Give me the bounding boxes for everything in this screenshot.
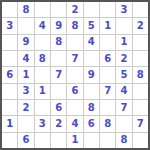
- cell-r9c9[interactable]: [133, 133, 148, 148]
- cell-r8c8[interactable]: [116, 116, 131, 131]
- cell-r9c8: 8: [116, 133, 131, 148]
- cell-r2c6: 5: [84, 18, 99, 33]
- cell-r4c4[interactable]: [51, 51, 66, 66]
- cell-r2c4: 9: [51, 18, 66, 33]
- cell-r2c8[interactable]: [116, 18, 131, 33]
- cell-r9c5: 1: [67, 133, 82, 148]
- cell-r1c3[interactable]: [35, 2, 50, 17]
- cell-r5c1: 6: [2, 67, 17, 82]
- cell-r6c3: 1: [35, 84, 50, 99]
- cell-r9c4[interactable]: [51, 133, 66, 148]
- cell-r4c7: 6: [100, 51, 115, 66]
- cell-r3c3[interactable]: [35, 35, 50, 50]
- cell-r7c5[interactable]: [67, 100, 82, 115]
- cell-r9c1[interactable]: [2, 133, 17, 148]
- cell-r9c6[interactable]: [84, 133, 99, 148]
- cell-r9c2: 6: [18, 133, 33, 148]
- cell-r8c2[interactable]: [18, 116, 33, 131]
- cell-r4c3: 8: [35, 51, 50, 66]
- cell-r5c2: 1: [18, 67, 33, 82]
- cell-r4c6[interactable]: [84, 51, 99, 66]
- cell-r1c4[interactable]: [51, 2, 66, 17]
- cell-r6c1[interactable]: [2, 84, 17, 99]
- cell-r5c7[interactable]: [100, 67, 115, 82]
- cell-r4c5: 7: [67, 51, 82, 66]
- cell-r6c4[interactable]: [51, 84, 66, 99]
- cell-r8c5: 4: [67, 116, 82, 131]
- cell-r4c2: 4: [18, 51, 33, 66]
- cell-r1c5: 2: [67, 2, 82, 17]
- cell-r2c9: 2: [133, 18, 148, 33]
- cell-r3c6: 4: [84, 35, 99, 50]
- cell-r7c6: 8: [84, 100, 99, 115]
- cell-r1c8: 3: [116, 2, 131, 17]
- cell-r7c4: 6: [51, 100, 66, 115]
- cell-r8c3: 3: [35, 116, 50, 131]
- sudoku-board: 8233498512984148762617958316742687132468…: [0, 0, 150, 150]
- cell-r4c1[interactable]: [2, 51, 17, 66]
- cell-r7c8: 7: [116, 100, 131, 115]
- cell-r3c2: 9: [18, 35, 33, 50]
- cell-r3c4: 8: [51, 35, 66, 50]
- cell-r6c9[interactable]: [133, 84, 148, 99]
- cell-r5c9: 8: [133, 67, 148, 82]
- cell-r1c7[interactable]: [100, 2, 115, 17]
- cell-r2c2[interactable]: [18, 18, 33, 33]
- cell-r8c1: 1: [2, 116, 17, 131]
- cell-r1c2: 8: [18, 2, 33, 17]
- cell-r2c7: 1: [100, 18, 115, 33]
- cell-r1c1[interactable]: [2, 2, 17, 17]
- cell-r5c4: 7: [51, 67, 66, 82]
- cell-r5c3[interactable]: [35, 67, 50, 82]
- cell-r4c8: 2: [116, 51, 131, 66]
- cell-r3c8: 1: [116, 35, 131, 50]
- cell-r7c9[interactable]: [133, 100, 148, 115]
- cell-r3c1[interactable]: [2, 35, 17, 50]
- cell-r2c1: 3: [2, 18, 17, 33]
- cell-r2c5: 8: [67, 18, 82, 33]
- cell-r5c6: 9: [84, 67, 99, 82]
- cell-r9c7[interactable]: [100, 133, 115, 148]
- cell-r8c6: 6: [84, 116, 99, 131]
- cell-r5c8: 5: [116, 67, 131, 82]
- cell-r8c7: 8: [100, 116, 115, 131]
- cell-r6c6[interactable]: [84, 84, 99, 99]
- cell-r3c9[interactable]: [133, 35, 148, 50]
- cell-r6c2: 3: [18, 84, 33, 99]
- cell-r6c5: 6: [67, 84, 82, 99]
- cell-r6c8: 4: [116, 84, 131, 99]
- cell-r1c9[interactable]: [133, 2, 148, 17]
- cell-r7c1[interactable]: [2, 100, 17, 115]
- cell-r9c3[interactable]: [35, 133, 50, 148]
- cell-r8c4: 2: [51, 116, 66, 131]
- cell-r6c7: 7: [100, 84, 115, 99]
- cell-r2c3: 4: [35, 18, 50, 33]
- cell-r7c7[interactable]: [100, 100, 115, 115]
- cell-r7c2: 2: [18, 100, 33, 115]
- cell-r7c3[interactable]: [35, 100, 50, 115]
- cell-r1c6[interactable]: [84, 2, 99, 17]
- cell-r4c9[interactable]: [133, 51, 148, 66]
- cell-r3c7[interactable]: [100, 35, 115, 50]
- cell-r8c9: 7: [133, 116, 148, 131]
- cell-r5c5[interactable]: [67, 67, 82, 82]
- cell-r3c5[interactable]: [67, 35, 82, 50]
